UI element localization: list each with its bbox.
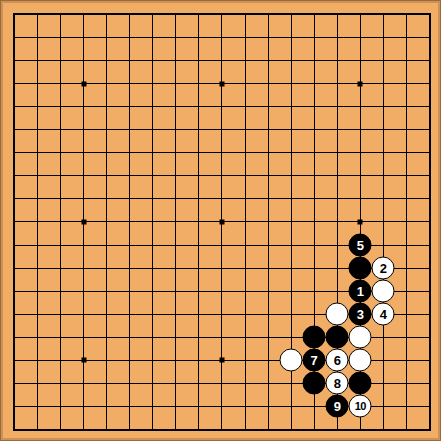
- stone-white: [349, 349, 372, 372]
- stone-black-1: 1: [349, 280, 372, 303]
- stone-white: [349, 326, 372, 349]
- goban-surface: 52134768910: [3, 3, 438, 438]
- move-number-label: 2: [380, 262, 387, 275]
- star-point: [219, 81, 224, 86]
- stone-black-3: 3: [349, 303, 372, 326]
- move-number-label: 8: [334, 377, 341, 390]
- star-point: [81, 219, 86, 224]
- move-number-label: 6: [334, 354, 341, 367]
- stone-white: [372, 280, 395, 303]
- stone-black: [326, 326, 349, 349]
- move-number-label: 1: [357, 285, 364, 298]
- stone-white-10: 10: [349, 395, 372, 418]
- stone-white: [326, 303, 349, 326]
- move-number-label: 4: [380, 308, 387, 321]
- star-point: [219, 358, 224, 363]
- star-point: [358, 219, 363, 224]
- stone-white: [280, 349, 303, 372]
- stone-black: [303, 372, 326, 395]
- stone-black: [349, 372, 372, 395]
- stone-white-8: 8: [326, 372, 349, 395]
- move-number-label: 10: [355, 401, 366, 412]
- stone-white-6: 6: [326, 349, 349, 372]
- stone-black: [349, 257, 372, 280]
- stone-black-9: 9: [326, 395, 349, 418]
- go-board-diagram: 52134768910: [0, 0, 441, 441]
- stone-black-5: 5: [349, 234, 372, 257]
- star-point: [358, 81, 363, 86]
- stone-white-4: 4: [372, 303, 395, 326]
- stone-black: [303, 326, 326, 349]
- stone-black-7: 7: [303, 349, 326, 372]
- move-number-label: 9: [334, 400, 341, 413]
- star-point: [81, 358, 86, 363]
- star-point: [219, 219, 224, 224]
- move-number-label: 3: [357, 308, 364, 321]
- move-number-label: 7: [311, 354, 318, 367]
- star-point: [81, 81, 86, 86]
- stone-white-2: 2: [372, 257, 395, 280]
- move-number-label: 5: [357, 239, 364, 252]
